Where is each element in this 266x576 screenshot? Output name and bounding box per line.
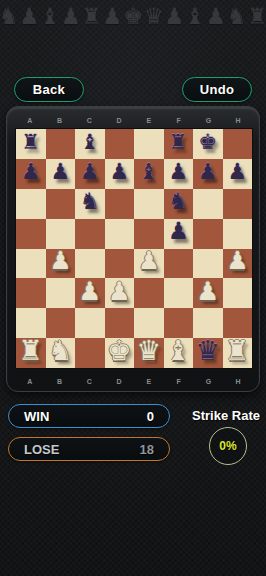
black-bishop: ♝ (80, 131, 99, 152)
square-e1[interactable]: ♛ (134, 338, 164, 368)
black-pawn: ♟ (21, 161, 41, 183)
back-button-label: Back (33, 82, 65, 97)
file-label-b: B (45, 375, 75, 387)
square-d4[interactable] (105, 249, 135, 279)
black-pawn: ♟ (168, 161, 188, 183)
square-d6[interactable] (105, 189, 135, 219)
square-f5[interactable]: ♟ (164, 219, 194, 249)
square-f4[interactable] (164, 249, 194, 279)
strike-rate-value: 0% (219, 439, 236, 453)
square-a7[interactable]: ♟ (16, 159, 46, 189)
square-f1[interactable]: ♝ (164, 338, 194, 368)
decor-piece-icon: ♜ (248, 4, 266, 30)
undo-button-label: Undo (200, 82, 234, 97)
square-a8[interactable]: ♜ (16, 129, 46, 159)
back-button[interactable]: Back (14, 77, 84, 102)
square-d2[interactable] (105, 308, 135, 338)
white-king: ♚ (107, 337, 131, 364)
square-h7[interactable]: ♟ (223, 159, 253, 189)
file-label-d: D (104, 375, 134, 387)
black-pawn: ♟ (50, 161, 70, 183)
white-rook: ♜ (225, 337, 249, 364)
black-pawn: ♟ (198, 161, 218, 183)
file-label-c: C (75, 375, 105, 387)
square-g1[interactable]: ♛ (193, 338, 223, 368)
strike-rate-label: Strike Rate (186, 408, 266, 423)
black-knight: ♞ (80, 190, 100, 213)
file-label-h: H (223, 114, 253, 126)
black-pawn: ♟ (80, 161, 100, 183)
white-pawn: ♟ (138, 249, 160, 274)
chess-app-screen: ♞♟♝♟♜♟♚♛♟♝♟♞♜ Back Undo ABCDEFGH ♜♝♜♚♟♟♟… (0, 0, 266, 576)
square-a6[interactable] (16, 189, 46, 219)
square-a1[interactable]: ♜ (16, 338, 46, 368)
square-c1[interactable] (75, 338, 105, 368)
square-c4[interactable] (75, 249, 105, 279)
square-h1[interactable]: ♜ (223, 338, 253, 368)
square-e5[interactable] (134, 219, 164, 249)
square-g7[interactable]: ♟ (193, 159, 223, 189)
square-b3[interactable] (46, 278, 76, 308)
decorative-pieces-band: ♞♟♝♟♜♟♚♛♟♝♟♞♜ (0, 0, 266, 30)
decor-piece-icon: ♟ (19, 4, 39, 30)
square-d5[interactable] (105, 219, 135, 249)
white-knight: ♞ (48, 337, 72, 364)
square-c7[interactable]: ♟ (75, 159, 105, 189)
square-b7[interactable]: ♟ (46, 159, 76, 189)
white-rook: ♜ (19, 337, 43, 364)
black-rook: ♜ (169, 131, 188, 152)
black-queen: ♛ (196, 337, 220, 364)
white-pawn: ♟ (78, 279, 101, 305)
square-c6[interactable]: ♞ (75, 189, 105, 219)
square-f2[interactable] (164, 308, 194, 338)
black-knight: ♞ (168, 190, 188, 213)
square-d1[interactable]: ♚ (105, 338, 135, 368)
square-g3[interactable]: ♟ (193, 278, 223, 308)
decor-piece-icon: ♚ (123, 4, 143, 30)
square-h8[interactable] (223, 129, 253, 159)
decor-piece-icon: ♟ (206, 4, 226, 30)
square-g4[interactable] (193, 249, 223, 279)
file-label-d: D (104, 114, 134, 126)
undo-button[interactable]: Undo (182, 77, 252, 102)
file-label-a: A (15, 114, 45, 126)
square-c5[interactable] (75, 219, 105, 249)
square-d7[interactable]: ♟ (105, 159, 135, 189)
square-e7[interactable]: ♝ (134, 159, 164, 189)
square-d3[interactable]: ♟ (105, 278, 135, 308)
file-label-e: E (134, 114, 164, 126)
square-b1[interactable]: ♞ (46, 338, 76, 368)
square-b5[interactable] (46, 219, 76, 249)
file-labels-bottom: ABCDEFGH (15, 375, 253, 387)
black-pawn: ♟ (109, 161, 129, 183)
square-h6[interactable] (223, 189, 253, 219)
square-g5[interactable] (193, 219, 223, 249)
black-pawn: ♟ (168, 220, 189, 244)
white-bishop: ♝ (166, 337, 190, 364)
square-b4[interactable]: ♟ (46, 249, 76, 279)
square-g2[interactable] (193, 308, 223, 338)
file-label-g: G (194, 375, 224, 387)
white-pawn: ♟ (49, 249, 71, 274)
square-e6[interactable] (134, 189, 164, 219)
square-h5[interactable] (223, 219, 253, 249)
square-f7[interactable]: ♟ (164, 159, 194, 189)
decor-piece-icon: ♞ (0, 4, 18, 30)
decor-piece-icon: ♝ (40, 4, 60, 30)
square-c2[interactable] (75, 308, 105, 338)
square-e3[interactable] (134, 278, 164, 308)
white-pawn: ♟ (108, 279, 131, 305)
black-pawn: ♟ (227, 161, 247, 183)
decor-piece-icon: ♝ (185, 4, 205, 30)
square-b2[interactable] (46, 308, 76, 338)
chess-board-frame: ABCDEFGH ♜♝♜♚♟♟♟♟♝♟♟♟♞♞♟♟♟♟♟♟♟♜♞♚♛♝♛♜ AB… (6, 106, 260, 392)
square-e8[interactable] (134, 129, 164, 159)
file-label-g: G (194, 114, 224, 126)
file-label-a: A (15, 375, 45, 387)
decor-piece-icon: ♞ (227, 4, 247, 30)
decor-piece-icon: ♟ (102, 4, 122, 30)
win-label: WIN (24, 409, 49, 424)
lose-value: 18 (140, 442, 154, 457)
chess-board[interactable]: ♜♝♜♚♟♟♟♟♝♟♟♟♞♞♟♟♟♟♟♟♟♜♞♚♛♝♛♜ (15, 128, 253, 369)
square-a5[interactable] (16, 219, 46, 249)
black-king: ♚ (198, 131, 217, 152)
square-e4[interactable]: ♟ (134, 249, 164, 279)
file-labels-top: ABCDEFGH (15, 114, 253, 126)
square-d8[interactable] (105, 129, 135, 159)
lose-counter: LOSE 18 (8, 437, 170, 461)
square-b8[interactable] (46, 129, 76, 159)
decor-piece-icon: ♟ (61, 4, 81, 30)
square-h3[interactable] (223, 278, 253, 308)
square-h2[interactable] (223, 308, 253, 338)
square-f3[interactable] (164, 278, 194, 308)
win-counter: WIN 0 (8, 404, 170, 428)
square-b6[interactable] (46, 189, 76, 219)
file-label-h: H (223, 375, 253, 387)
decor-piece-icon: ♜ (82, 4, 102, 30)
file-label-c: C (75, 114, 105, 126)
file-label-f: F (164, 375, 194, 387)
white-pawn: ♟ (226, 249, 248, 274)
lose-label: LOSE (24, 442, 59, 457)
square-f8[interactable]: ♜ (164, 129, 194, 159)
file-label-f: F (164, 114, 194, 126)
square-f6[interactable]: ♞ (164, 189, 194, 219)
square-a3[interactable] (16, 278, 46, 308)
white-queen: ♛ (137, 337, 161, 364)
square-a4[interactable] (16, 249, 46, 279)
file-label-b: B (45, 114, 75, 126)
square-e2[interactable] (134, 308, 164, 338)
win-value: 0 (147, 409, 154, 424)
file-label-e: E (134, 375, 164, 387)
square-a2[interactable] (16, 308, 46, 338)
decor-piece-icon: ♛ (144, 4, 164, 30)
square-h4[interactable]: ♟ (223, 249, 253, 279)
white-pawn: ♟ (196, 279, 219, 305)
black-bishop: ♝ (139, 161, 159, 183)
square-g6[interactable] (193, 189, 223, 219)
strike-rate-badge: 0% (209, 427, 247, 465)
black-rook: ♜ (21, 131, 40, 152)
decor-piece-icon: ♟ (165, 4, 185, 30)
square-c8[interactable]: ♝ (75, 129, 105, 159)
square-g8[interactable]: ♚ (193, 129, 223, 159)
square-c3[interactable]: ♟ (75, 278, 105, 308)
